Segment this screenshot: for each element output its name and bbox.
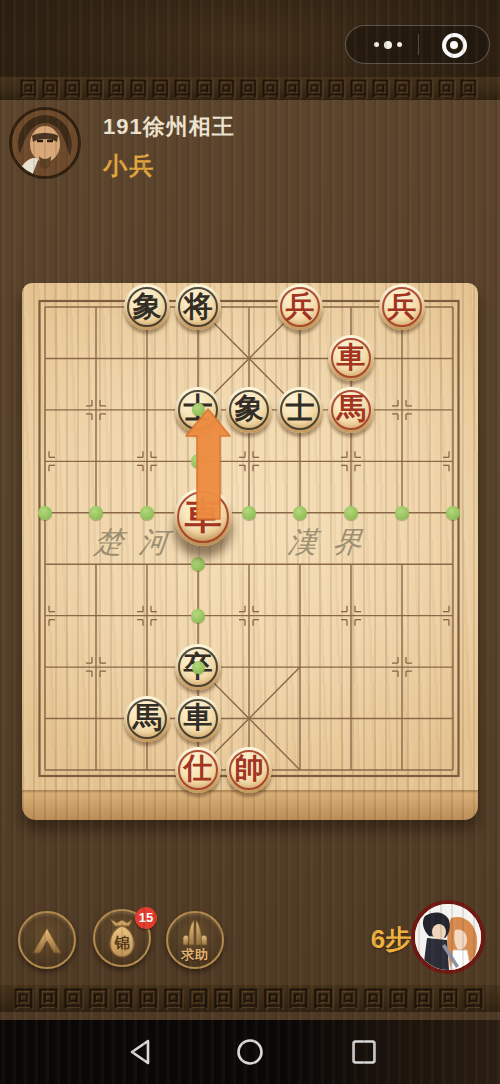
ask-help-button[interactable]: 求助 — [166, 911, 224, 969]
opponent-avatar[interactable] — [9, 107, 81, 179]
android-navbar: Bai du 经验 jingyan.baidu.com — [0, 1020, 500, 1084]
player-avatar-art — [415, 904, 481, 970]
collapse-panel-button[interactable] — [18, 911, 76, 969]
chevron-up-icon — [28, 924, 66, 956]
meander-border-bottom: 回回回回回回回回回回回回回回回回回回回 — [0, 985, 500, 1012]
board-front-edge — [22, 790, 478, 820]
miniprogram-capsule — [345, 25, 490, 64]
player-avatar[interactable] — [411, 900, 485, 974]
nav-home-button[interactable] — [234, 1020, 266, 1084]
move-hint-arrow — [22, 283, 478, 790]
nav-back-button[interactable] — [124, 1020, 156, 1084]
xiangqi-board[interactable]: 楚河 漢界 象将兵兵車士象士馬車卒馬車仕帥 — [22, 283, 478, 820]
meander-border-top: 回回回回回回回回回回回回回回回回回回回回回 — [0, 77, 500, 100]
opponent-avatar-art — [12, 110, 78, 176]
app-screen: 回回回回回回回回回回回回回回回回回回回回回 191徐州相王 小兵 楚河 漢界 象… — [0, 0, 500, 1084]
hint-bag-button[interactable]: 锦 15 — [93, 909, 151, 967]
close-circle-button[interactable] — [428, 32, 480, 58]
opponent-rank: 小兵 — [103, 150, 155, 182]
more-menu-button[interactable] — [358, 26, 418, 63]
help-label: 求助 — [168, 946, 222, 964]
bag-badge-count: 15 — [135, 907, 157, 929]
opponent-name: 191徐州相王 — [103, 112, 235, 142]
target-icon — [442, 33, 467, 58]
nav-recents-button[interactable] — [348, 1020, 380, 1084]
praying-hands-icon — [179, 919, 211, 949]
svg-text:锦: 锦 — [114, 934, 130, 952]
capsule-divider — [418, 34, 419, 55]
